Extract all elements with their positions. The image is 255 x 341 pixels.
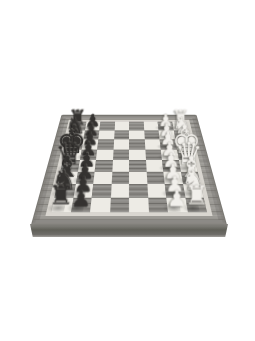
board-square[interactable] — [129, 139, 145, 149]
board-square[interactable] — [98, 130, 114, 139]
board-square[interactable] — [90, 197, 110, 212]
chessboard: ♜♟♟♜♞♟♟♞♝♟♟♝♚♟♟♚♛♟♟♛♝♟♟♝♞♟♟♞♜♟♟♜ — [31, 115, 228, 226]
board-square[interactable] — [129, 184, 148, 198]
black-rook: ♜ — [50, 183, 74, 208]
board-square[interactable] — [129, 197, 148, 212]
board-square[interactable] — [113, 139, 129, 149]
board-square[interactable] — [92, 184, 111, 198]
board-square[interactable] — [97, 139, 113, 149]
board-square[interactable] — [129, 130, 144, 139]
board-square[interactable] — [95, 160, 113, 171]
board-square[interactable] — [114, 122, 129, 131]
board-grid: ♜♟♟♜♞♟♟♞♝♟♟♝♚♟♟♚♛♟♟♛♝♟♟♝♞♟♟♞♜♟♟♜ — [45, 120, 212, 216]
board-square[interactable] — [99, 122, 114, 131]
board-square[interactable] — [129, 149, 146, 160]
board-square[interactable] — [129, 160, 146, 171]
board-square[interactable]: ♟ — [71, 197, 92, 212]
board-square[interactable] — [146, 171, 165, 183]
board-square[interactable] — [110, 197, 129, 212]
board-square[interactable]: ♟ — [166, 197, 187, 212]
board-square[interactable] — [129, 122, 144, 131]
board-square[interactable]: ♜ — [51, 197, 73, 212]
board-square[interactable] — [148, 197, 168, 212]
board-square[interactable] — [111, 171, 129, 183]
board-square[interactable] — [93, 171, 112, 183]
board-square[interactable] — [113, 149, 130, 160]
white-rook: ♜ — [184, 183, 208, 208]
board-square[interactable] — [129, 171, 147, 183]
board-square[interactable] — [114, 130, 129, 139]
board-square[interactable] — [110, 184, 129, 198]
board-side-edge — [30, 224, 228, 237]
board-square[interactable]: ♜ — [185, 197, 207, 212]
black-pawn: ♟ — [71, 187, 91, 208]
white-pawn: ♟ — [167, 187, 187, 208]
chess-set-photo: ♜♟♟♜♞♟♟♞♝♟♟♝♚♟♟♚♛♟♟♛♝♟♟♝♞♟♟♞♜♟♟♜ — [0, 0, 255, 341]
board-square[interactable] — [112, 160, 129, 171]
board-square[interactable] — [96, 149, 113, 160]
